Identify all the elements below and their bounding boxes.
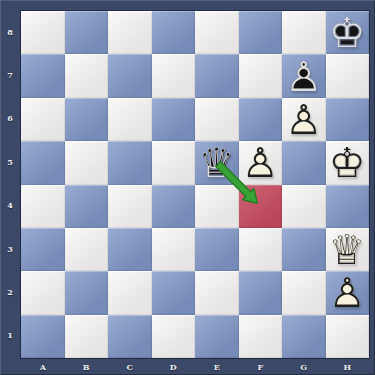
square-c2[interactable]: [108, 271, 152, 314]
square-b5[interactable]: [65, 141, 109, 184]
square-g1[interactable]: [282, 315, 326, 358]
square-f1[interactable]: [239, 315, 283, 358]
square-e1[interactable]: [195, 315, 239, 358]
square-e6[interactable]: [195, 98, 239, 141]
square-a1[interactable]: [21, 315, 65, 358]
square-a2[interactable]: [21, 271, 65, 314]
square-c5[interactable]: [108, 141, 152, 184]
board: ♚♔♟♙♟♙♛♕♟♙♚♔♛♕♟♙: [20, 10, 370, 359]
rank-label-7: 7: [0, 53, 20, 96]
square-b7[interactable]: [65, 54, 109, 97]
square-d3[interactable]: [152, 228, 196, 271]
square-f7[interactable]: [239, 54, 283, 97]
pawn-glyph-outline: ♙: [326, 271, 370, 314]
square-h8[interactable]: ♚♔: [326, 11, 370, 54]
square-c1[interactable]: [108, 315, 152, 358]
pawn-glyph-outline: ♙: [282, 98, 326, 141]
file-label-h: H: [326, 359, 370, 375]
white-king[interactable]: ♚♔: [326, 141, 370, 184]
white-pawn[interactable]: ♟♙: [282, 98, 326, 141]
square-f2[interactable]: [239, 271, 283, 314]
square-d4[interactable]: [152, 185, 196, 228]
square-d5[interactable]: [152, 141, 196, 184]
square-h4[interactable]: [326, 185, 370, 228]
rank-label-5: 5: [0, 140, 20, 183]
square-f5[interactable]: ♟♙: [239, 141, 283, 184]
file-label-d: D: [152, 359, 196, 375]
square-e4[interactable]: [195, 185, 239, 228]
square-f6[interactable]: [239, 98, 283, 141]
white-pawn[interactable]: ♟♙: [326, 271, 370, 314]
square-e8[interactable]: [195, 11, 239, 54]
file-label-c: C: [108, 359, 152, 375]
king-glyph-outline: ♔: [326, 141, 370, 184]
rank-label-4: 4: [0, 184, 20, 227]
file-label-g: G: [282, 359, 326, 375]
black-pawn[interactable]: ♟♙: [282, 54, 326, 97]
square-f4[interactable]: [239, 185, 283, 228]
square-e5[interactable]: ♛♕: [195, 141, 239, 184]
square-c3[interactable]: [108, 228, 152, 271]
square-g3[interactable]: [282, 228, 326, 271]
square-e3[interactable]: [195, 228, 239, 271]
rank-label-2: 2: [0, 270, 20, 313]
square-d6[interactable]: [152, 98, 196, 141]
square-c8[interactable]: [108, 11, 152, 54]
square-f8[interactable]: [239, 11, 283, 54]
square-e7[interactable]: [195, 54, 239, 97]
square-g2[interactable]: [282, 271, 326, 314]
white-queen[interactable]: ♛♕: [326, 228, 370, 271]
square-b2[interactable]: [65, 271, 109, 314]
square-a8[interactable]: [21, 11, 65, 54]
white-pawn[interactable]: ♟♙: [239, 141, 283, 184]
square-h7[interactable]: [326, 54, 370, 97]
rank-label-8: 8: [0, 10, 20, 53]
black-king[interactable]: ♚♔: [326, 11, 370, 54]
square-d8[interactable]: [152, 11, 196, 54]
queen-glyph-outline: ♕: [195, 141, 239, 184]
square-a3[interactable]: [21, 228, 65, 271]
square-h6[interactable]: [326, 98, 370, 141]
square-f3[interactable]: [239, 228, 283, 271]
chess-board-frame: ♚♔♟♙♟♙♛♕♟♙♚♔♛♕♟♙ 87654321ABCDEFGH: [0, 0, 375, 375]
black-queen[interactable]: ♛♕: [195, 141, 239, 184]
queen-glyph-outline: ♕: [326, 228, 370, 271]
square-d1[interactable]: [152, 315, 196, 358]
file-label-a: A: [21, 359, 65, 375]
square-g7[interactable]: ♟♙: [282, 54, 326, 97]
square-g4[interactable]: [282, 185, 326, 228]
square-b8[interactable]: [65, 11, 109, 54]
square-a7[interactable]: [21, 54, 65, 97]
file-label-f: F: [239, 359, 283, 375]
pawn-glyph-outline: ♙: [239, 141, 283, 184]
square-a5[interactable]: [21, 141, 65, 184]
square-h3[interactable]: ♛♕: [326, 228, 370, 271]
square-b4[interactable]: [65, 185, 109, 228]
square-d2[interactable]: [152, 271, 196, 314]
square-g6[interactable]: ♟♙: [282, 98, 326, 141]
king-glyph-outline: ♔: [326, 11, 370, 54]
square-g8[interactable]: [282, 11, 326, 54]
pawn-glyph-outline: ♙: [282, 54, 326, 97]
square-a6[interactable]: [21, 98, 65, 141]
square-c4[interactable]: [108, 185, 152, 228]
square-b3[interactable]: [65, 228, 109, 271]
square-c7[interactable]: [108, 54, 152, 97]
square-c6[interactable]: [108, 98, 152, 141]
square-h2[interactable]: ♟♙: [326, 271, 370, 314]
square-a4[interactable]: [21, 185, 65, 228]
square-e2[interactable]: [195, 271, 239, 314]
square-h1[interactable]: [326, 315, 370, 358]
rank-label-6: 6: [0, 97, 20, 140]
file-label-e: E: [195, 359, 239, 375]
square-d7[interactable]: [152, 54, 196, 97]
rank-label-1: 1: [0, 314, 20, 357]
rank-label-3: 3: [0, 227, 20, 270]
square-b1[interactable]: [65, 315, 109, 358]
square-g5[interactable]: [282, 141, 326, 184]
square-h5[interactable]: ♚♔: [326, 141, 370, 184]
square-b6[interactable]: [65, 98, 109, 141]
file-label-b: B: [65, 359, 109, 375]
